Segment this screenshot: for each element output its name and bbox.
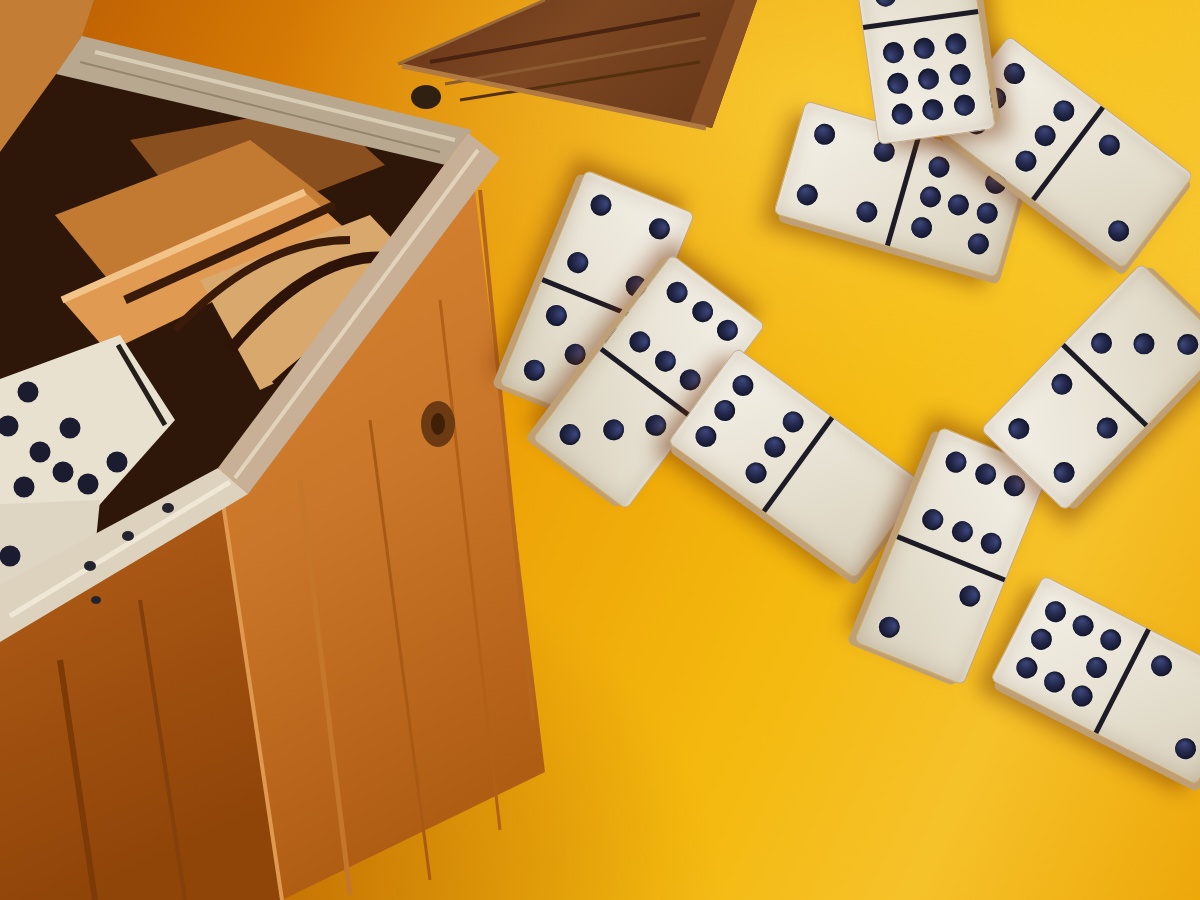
pip xyxy=(971,460,998,487)
pip xyxy=(1095,131,1124,160)
pip xyxy=(587,192,614,219)
pip xyxy=(926,154,952,180)
pip xyxy=(1171,734,1199,762)
pip xyxy=(1068,682,1096,710)
pip xyxy=(598,415,627,444)
pip xyxy=(919,506,946,533)
pip xyxy=(876,613,903,640)
pip xyxy=(625,327,654,356)
pip xyxy=(760,433,789,462)
pip xyxy=(741,458,770,487)
pip xyxy=(977,530,1004,557)
pip xyxy=(728,371,757,400)
pip xyxy=(1030,121,1059,150)
pip xyxy=(778,407,807,436)
pip xyxy=(1049,96,1078,125)
pip xyxy=(917,184,943,210)
pip xyxy=(556,420,585,449)
pip xyxy=(1013,654,1041,682)
pip xyxy=(1041,598,1069,626)
pip xyxy=(521,356,548,383)
pip xyxy=(854,199,880,225)
pip xyxy=(663,278,692,307)
scattered-dominoes xyxy=(0,0,1200,900)
pip xyxy=(1069,612,1097,640)
pip xyxy=(1147,652,1175,680)
pip xyxy=(1087,328,1117,358)
pip xyxy=(1040,668,1068,696)
pip xyxy=(882,41,906,65)
pip xyxy=(874,0,898,8)
pip xyxy=(921,98,945,122)
pip xyxy=(965,231,991,257)
pip xyxy=(909,215,935,241)
pip xyxy=(886,71,910,95)
domino-8-2[interactable] xyxy=(990,575,1200,785)
pip xyxy=(917,67,941,91)
pip xyxy=(1001,472,1028,499)
pip xyxy=(691,422,720,451)
pip xyxy=(1049,458,1079,488)
pip xyxy=(1047,369,1077,399)
pip xyxy=(890,102,914,126)
pip xyxy=(1130,329,1160,359)
pip xyxy=(650,346,679,375)
dominoes-photo-scene: { "game": "dominoes", "set_description":… xyxy=(0,0,1200,900)
pip xyxy=(688,297,717,326)
pip xyxy=(1004,414,1034,444)
pip xyxy=(999,59,1028,88)
pip xyxy=(913,36,937,60)
pip xyxy=(948,63,972,87)
pip xyxy=(543,302,570,329)
table-surface xyxy=(0,0,1200,900)
pip xyxy=(710,396,739,425)
pip xyxy=(946,193,972,219)
pip xyxy=(1011,146,1040,175)
pip xyxy=(812,121,838,147)
pip xyxy=(944,32,968,56)
pip xyxy=(956,582,983,609)
pip xyxy=(942,449,969,476)
pip xyxy=(1027,626,1055,654)
domino-half-9 xyxy=(864,14,995,144)
pip xyxy=(641,411,670,440)
pip xyxy=(675,365,704,394)
pip xyxy=(794,182,820,208)
pip xyxy=(948,518,975,545)
pip xyxy=(561,341,588,368)
pip xyxy=(974,201,1000,227)
pip xyxy=(1082,654,1110,682)
pip xyxy=(1173,330,1200,360)
pip xyxy=(564,249,591,276)
pip xyxy=(1092,413,1122,443)
pip xyxy=(1104,216,1133,245)
pip xyxy=(713,315,742,344)
pip xyxy=(952,93,976,117)
pip xyxy=(646,215,673,242)
pip xyxy=(1096,626,1124,654)
